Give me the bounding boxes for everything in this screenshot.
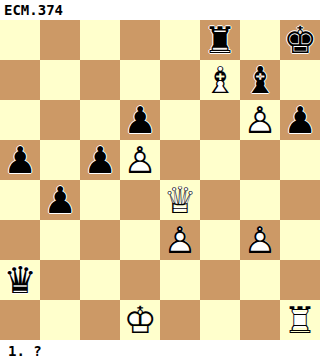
square-g5 [240,140,280,180]
black-piece-glyph: ♟ [80,140,120,180]
square-g6: ♟♙ [240,100,280,140]
piece-black-pawn: ♟ [280,100,320,140]
square-f2 [200,260,240,300]
square-a8 [0,20,40,60]
square-c8 [80,20,120,60]
square-g1 [240,300,280,340]
square-b6 [40,100,80,140]
chess-diagram-page: ECM.374 ♜♚♝♗♝♟♟♙♟♟♟♟♙♟♛♕♟♙♟♙♛♚♔♜♖ 1. ? [0,0,320,360]
square-b5 [40,140,80,180]
chess-board: ♜♚♝♗♝♟♟♙♟♟♟♟♙♟♛♕♟♙♟♙♛♚♔♜♖ [0,20,320,340]
square-a1 [0,300,40,340]
square-a6 [0,100,40,140]
square-f5 [200,140,240,180]
square-d7 [120,60,160,100]
square-h8: ♚ [280,20,320,60]
square-f4 [200,180,240,220]
square-g7: ♝ [240,60,280,100]
square-e4: ♛♕ [160,180,200,220]
square-d1: ♚♔ [120,300,160,340]
square-a3 [0,220,40,260]
square-h6: ♟ [280,100,320,140]
white-piece-outline: ♗ [200,60,240,100]
square-a2: ♛ [0,260,40,300]
piece-black-rook: ♜ [200,20,240,60]
black-piece-glyph: ♟ [280,100,320,140]
piece-black-pawn: ♟ [80,140,120,180]
square-f8: ♜ [200,20,240,60]
piece-black-queen: ♛ [0,260,40,300]
square-e5 [160,140,200,180]
square-e3: ♟♙ [160,220,200,260]
square-g4 [240,180,280,220]
piece-white-pawn: ♟♙ [240,220,280,260]
black-piece-glyph: ♝ [240,60,280,100]
piece-white-pawn: ♟♙ [160,220,200,260]
square-c4 [80,180,120,220]
white-piece-outline: ♖ [280,300,320,340]
white-piece-outline: ♙ [120,140,160,180]
square-h2 [280,260,320,300]
black-piece-glyph: ♟ [0,140,40,180]
white-piece-outline: ♔ [120,300,160,340]
move-prompt: 1. ? [0,340,320,360]
square-d2 [120,260,160,300]
piece-white-pawn: ♟♙ [120,140,160,180]
black-piece-glyph: ♚ [280,20,320,60]
piece-white-queen: ♛♕ [160,180,200,220]
piece-black-bishop: ♝ [240,60,280,100]
piece-black-pawn: ♟ [0,140,40,180]
square-a7 [0,60,40,100]
square-a4 [0,180,40,220]
black-piece-glyph: ♛ [0,260,40,300]
square-b4: ♟ [40,180,80,220]
square-b3 [40,220,80,260]
square-f3 [200,220,240,260]
piece-white-pawn: ♟♙ [240,100,280,140]
square-h5 [280,140,320,180]
square-b2 [40,260,80,300]
square-h3 [280,220,320,260]
piece-black-pawn: ♟ [40,180,80,220]
black-piece-glyph: ♜ [200,20,240,60]
square-f6 [200,100,240,140]
square-b8 [40,20,80,60]
square-c1 [80,300,120,340]
square-d4 [120,180,160,220]
square-c5: ♟ [80,140,120,180]
white-piece-outline: ♕ [160,180,200,220]
square-e7 [160,60,200,100]
square-d5: ♟♙ [120,140,160,180]
square-h4 [280,180,320,220]
square-a5: ♟ [0,140,40,180]
square-d6: ♟ [120,100,160,140]
square-e2 [160,260,200,300]
square-c2 [80,260,120,300]
square-b1 [40,300,80,340]
square-h1: ♜♖ [280,300,320,340]
black-piece-glyph: ♟ [40,180,80,220]
square-c3 [80,220,120,260]
square-e6 [160,100,200,140]
square-e8 [160,20,200,60]
square-c6 [80,100,120,140]
square-h7 [280,60,320,100]
diagram-title: ECM.374 [0,0,320,20]
piece-black-pawn: ♟ [120,100,160,140]
square-d3 [120,220,160,260]
piece-white-bishop: ♝♗ [200,60,240,100]
white-piece-outline: ♙ [160,220,200,260]
white-piece-outline: ♙ [240,100,280,140]
square-b7 [40,60,80,100]
square-g8 [240,20,280,60]
square-d8 [120,20,160,60]
square-g3: ♟♙ [240,220,280,260]
square-g2 [240,260,280,300]
square-e1 [160,300,200,340]
square-f1 [200,300,240,340]
square-f7: ♝♗ [200,60,240,100]
piece-white-king: ♚♔ [120,300,160,340]
white-piece-outline: ♙ [240,220,280,260]
square-c7 [80,60,120,100]
piece-black-king: ♚ [280,20,320,60]
black-piece-glyph: ♟ [120,100,160,140]
piece-white-rook: ♜♖ [280,300,320,340]
